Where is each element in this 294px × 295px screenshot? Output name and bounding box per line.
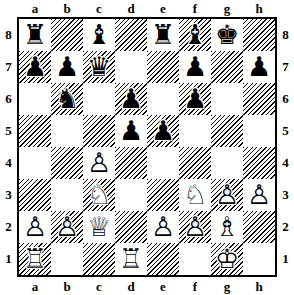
file-label-e-top: e xyxy=(147,0,179,17)
file-label-b-bottom: b xyxy=(51,278,83,295)
square-h4[interactable] xyxy=(243,147,275,179)
white-bishop-g2: ♗ xyxy=(211,211,243,243)
white-pawn-f2-fill: ♟ xyxy=(179,211,211,243)
rank-label-8-right: 8 xyxy=(277,19,294,51)
square-b1[interactable] xyxy=(51,243,83,275)
file-label-c-top: c xyxy=(83,0,115,17)
black-queen-c7: ♛ xyxy=(83,51,115,83)
square-f6[interactable]: ♟ xyxy=(179,83,211,115)
file-label-d-top: d xyxy=(115,0,147,17)
square-e7[interactable] xyxy=(147,51,179,83)
square-a1[interactable]: ♜♖ xyxy=(19,243,51,275)
square-d2[interactable] xyxy=(115,211,147,243)
square-b5[interactable] xyxy=(51,115,83,147)
rank-label-6-left: 6 xyxy=(0,83,17,115)
square-h2[interactable] xyxy=(243,211,275,243)
white-pawn-c4: ♙ xyxy=(83,147,115,179)
white-pawn-h3: ♙ xyxy=(243,179,275,211)
rank-labels-right: 87654321 xyxy=(277,19,294,275)
square-a3[interactable] xyxy=(19,179,51,211)
white-pawn-g3: ♙ xyxy=(211,179,243,211)
white-knight-f3: ♘ xyxy=(179,179,211,211)
square-h6[interactable] xyxy=(243,83,275,115)
rank-label-1-right: 1 xyxy=(277,243,294,275)
square-c1[interactable] xyxy=(83,243,115,275)
rank-label-2-right: 2 xyxy=(277,211,294,243)
black-rook-a8: ♜ xyxy=(19,19,51,51)
rank-label-4-right: 4 xyxy=(277,147,294,179)
white-queen-c2: ♕ xyxy=(83,211,115,243)
white-queen-c2-fill: ♛ xyxy=(83,211,115,243)
square-b3[interactable] xyxy=(51,179,83,211)
rank-label-5-right: 5 xyxy=(277,115,294,147)
square-g7[interactable] xyxy=(211,51,243,83)
white-pawn-a2-fill: ♟ xyxy=(19,211,51,243)
square-g5[interactable] xyxy=(211,115,243,147)
white-rook-a1-fill: ♜ xyxy=(19,243,51,275)
file-label-g-top: g xyxy=(211,0,243,17)
square-a6[interactable] xyxy=(19,83,51,115)
white-pawn-g3-fill: ♟ xyxy=(211,179,243,211)
rank-label-5-left: 5 xyxy=(0,115,17,147)
white-pawn-e2-fill: ♟ xyxy=(147,211,179,243)
square-h8[interactable] xyxy=(243,19,275,51)
rank-label-2-left: 2 xyxy=(0,211,17,243)
rank-label-7-right: 7 xyxy=(277,51,294,83)
black-bishop-f8: ♝ xyxy=(179,19,211,51)
black-pawn-e5: ♟ xyxy=(147,115,179,147)
square-e6[interactable] xyxy=(147,83,179,115)
square-h1[interactable] xyxy=(243,243,275,275)
black-pawn-b7: ♟ xyxy=(51,51,83,83)
square-d3[interactable] xyxy=(115,179,147,211)
square-b8[interactable] xyxy=(51,19,83,51)
rank-label-4-left: 4 xyxy=(0,147,17,179)
square-g2[interactable]: ♝♗ xyxy=(211,211,243,243)
rank-label-1-left: 1 xyxy=(0,243,17,275)
square-a2[interactable]: ♟♙ xyxy=(19,211,51,243)
rank-label-7-left: 7 xyxy=(0,51,17,83)
black-pawn-h7: ♟ xyxy=(243,51,275,83)
square-f5[interactable] xyxy=(179,115,211,147)
square-h7[interactable]: ♟ xyxy=(243,51,275,83)
file-labels-top: abcdefgh xyxy=(19,0,275,17)
square-c4[interactable]: ♟♙ xyxy=(83,147,115,179)
white-pawn-f2: ♙ xyxy=(179,211,211,243)
square-b2[interactable]: ♟♙ xyxy=(51,211,83,243)
white-knight-c3-fill: ♞ xyxy=(83,179,115,211)
white-rook-a1: ♖ xyxy=(19,243,51,275)
square-b7[interactable]: ♟ xyxy=(51,51,83,83)
square-e5[interactable]: ♟ xyxy=(147,115,179,147)
square-f4[interactable] xyxy=(179,147,211,179)
white-pawn-h3-fill: ♟ xyxy=(243,179,275,211)
square-c6[interactable] xyxy=(83,83,115,115)
square-d8[interactable] xyxy=(115,19,147,51)
file-label-b-top: b xyxy=(51,0,83,17)
white-pawn-a2: ♙ xyxy=(19,211,51,243)
black-king-g8: ♚ xyxy=(211,19,243,51)
rank-label-6-right: 6 xyxy=(277,83,294,115)
square-f1[interactable] xyxy=(179,243,211,275)
square-c7[interactable]: ♛ xyxy=(83,51,115,83)
rank-label-3-right: 3 xyxy=(277,179,294,211)
square-a5[interactable] xyxy=(19,115,51,147)
black-pawn-f6: ♟ xyxy=(179,83,211,115)
square-f2[interactable]: ♟♙ xyxy=(179,211,211,243)
white-pawn-c4-fill: ♟ xyxy=(83,147,115,179)
square-f3[interactable]: ♞♘ xyxy=(179,179,211,211)
white-bishop-g2-fill: ♝ xyxy=(211,211,243,243)
square-g6[interactable] xyxy=(211,83,243,115)
file-labels-bottom: abcdefgh xyxy=(19,278,275,295)
file-label-c-bottom: c xyxy=(83,278,115,295)
square-h5[interactable] xyxy=(243,115,275,147)
file-label-g-bottom: g xyxy=(211,278,243,295)
black-pawn-d6: ♟ xyxy=(115,83,147,115)
square-c3[interactable]: ♞♘ xyxy=(83,179,115,211)
black-pawn-f7: ♟ xyxy=(179,51,211,83)
file-label-e-bottom: e xyxy=(147,278,179,295)
chess-board: ♜♝♜♝♚♟♟♛♟♟♞♟♟♟♟♟♙♞♘♞♘♟♙♟♙♟♙♟♙♛♕♟♙♟♙♝♗♜♖♜… xyxy=(17,17,277,277)
black-knight-b6: ♞ xyxy=(51,83,83,115)
file-label-h-top: h xyxy=(243,0,275,17)
square-b4[interactable] xyxy=(51,147,83,179)
square-g4[interactable] xyxy=(211,147,243,179)
square-a8[interactable]: ♜ xyxy=(19,19,51,51)
square-g8[interactable]: ♚ xyxy=(211,19,243,51)
black-bishop-c8: ♝ xyxy=(83,19,115,51)
square-a4[interactable] xyxy=(19,147,51,179)
square-c8[interactable]: ♝ xyxy=(83,19,115,51)
file-label-f-bottom: f xyxy=(179,278,211,295)
black-pawn-a7: ♟ xyxy=(19,51,51,83)
square-e3[interactable] xyxy=(147,179,179,211)
square-d5[interactable]: ♟ xyxy=(115,115,147,147)
rank-label-8-left: 8 xyxy=(0,19,17,51)
square-d6[interactable]: ♟ xyxy=(115,83,147,115)
square-c5[interactable] xyxy=(83,115,115,147)
square-c2[interactable]: ♛♕ xyxy=(83,211,115,243)
file-label-h-bottom: h xyxy=(243,278,275,295)
rank-label-3-left: 3 xyxy=(0,179,17,211)
chess-diagram: abcdefgh 87654321 ♜♝♜♝♚♟♟♛♟♟♞♟♟♟♟♟♙♞♘♞♘♟… xyxy=(0,0,294,295)
square-e1[interactable] xyxy=(147,243,179,275)
file-label-f-top: f xyxy=(179,0,211,17)
square-d7[interactable] xyxy=(115,51,147,83)
square-e4[interactable] xyxy=(147,147,179,179)
file-label-a-bottom: a xyxy=(19,278,51,295)
square-f7[interactable]: ♟ xyxy=(179,51,211,83)
square-d1[interactable]: ♜♖ xyxy=(115,243,147,275)
square-g1[interactable]: ♚♔ xyxy=(211,243,243,275)
square-e2[interactable]: ♟♙ xyxy=(147,211,179,243)
white-pawn-b2: ♙ xyxy=(51,211,83,243)
file-label-d-bottom: d xyxy=(115,278,147,295)
white-pawn-e2: ♙ xyxy=(147,211,179,243)
white-knight-c3: ♘ xyxy=(83,179,115,211)
rank-labels-left: 87654321 xyxy=(0,19,17,275)
white-knight-f3-fill: ♞ xyxy=(179,179,211,211)
black-pawn-d5: ♟ xyxy=(115,115,147,147)
white-king-g1-fill: ♚ xyxy=(211,243,243,275)
white-rook-d1: ♖ xyxy=(115,243,147,275)
square-a7[interactable]: ♟ xyxy=(19,51,51,83)
square-f8[interactable]: ♝ xyxy=(179,19,211,51)
white-king-g1: ♔ xyxy=(211,243,243,275)
square-e8[interactable]: ♜ xyxy=(147,19,179,51)
square-b6[interactable]: ♞ xyxy=(51,83,83,115)
black-rook-e8: ♜ xyxy=(147,19,179,51)
file-label-a-top: a xyxy=(19,0,51,17)
square-h3[interactable]: ♟♙ xyxy=(243,179,275,211)
white-pawn-b2-fill: ♟ xyxy=(51,211,83,243)
square-g3[interactable]: ♟♙ xyxy=(211,179,243,211)
square-d4[interactable] xyxy=(115,147,147,179)
white-rook-d1-fill: ♜ xyxy=(115,243,147,275)
